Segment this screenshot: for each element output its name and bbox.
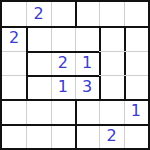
- cell-r1c1[interactable]: [2, 2, 26, 26]
- cell-r4c2[interactable]: [26, 75, 50, 99]
- given-digit-r3c4[interactable]: 1: [75, 51, 99, 75]
- cell-r3c6[interactable]: [124, 51, 148, 75]
- given-digit-r2c1[interactable]: 2: [2, 26, 26, 50]
- cell-r5c5[interactable]: [99, 99, 123, 123]
- cell-r4c6[interactable]: [124, 75, 148, 99]
- cell-r4c1[interactable]: [2, 75, 26, 99]
- given-digit-r5c6[interactable]: 1: [124, 99, 148, 123]
- cell-r5c3[interactable]: [51, 99, 75, 123]
- cell-r5c1[interactable]: [2, 99, 26, 123]
- given-digit-r1c2[interactable]: 2: [26, 2, 50, 26]
- cell-r6c1[interactable]: [2, 124, 26, 148]
- cell-r2c3[interactable]: [51, 26, 75, 50]
- cell-r3c5[interactable]: [99, 51, 123, 75]
- cell-r2c6[interactable]: [124, 26, 148, 50]
- cell-r2c2[interactable]: [26, 26, 50, 50]
- given-digit-r3c3[interactable]: 2: [51, 51, 75, 75]
- cell-r6c3[interactable]: [51, 124, 75, 148]
- cell-r1c5[interactable]: [99, 2, 123, 26]
- cell-r5c2[interactable]: [26, 99, 50, 123]
- given-digit-r4c4[interactable]: 3: [75, 75, 99, 99]
- cell-r2c5[interactable]: [99, 26, 123, 50]
- cell-r4c5[interactable]: [99, 75, 123, 99]
- given-digit-r4c3[interactable]: 1: [51, 75, 75, 99]
- cell-r6c4[interactable]: [75, 124, 99, 148]
- cell-r6c2[interactable]: [26, 124, 50, 148]
- cell-r3c1[interactable]: [2, 51, 26, 75]
- cell-r1c3[interactable]: [51, 2, 75, 26]
- cell-r5c4[interactable]: [75, 99, 99, 123]
- cell-r2c4[interactable]: [75, 26, 99, 50]
- cell-r3c2[interactable]: [26, 51, 50, 75]
- cell-r1c4[interactable]: [75, 2, 99, 26]
- cell-r1c6[interactable]: [124, 2, 148, 26]
- cell-r6c6[interactable]: [124, 124, 148, 148]
- puzzle-board: 22211312: [0, 0, 150, 150]
- given-digit-r6c5[interactable]: 2: [99, 124, 123, 148]
